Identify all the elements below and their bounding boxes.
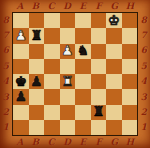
- square-c1[interactable]: [44, 120, 60, 135]
- rank-label-5: 5: [138, 58, 150, 73]
- square-h5[interactable]: [122, 59, 138, 74]
- square-f4[interactable]: [91, 74, 107, 89]
- file-label-f: F: [91, 0, 107, 12]
- square-d4[interactable]: ♜: [60, 74, 76, 89]
- chess-board-frame: ABCDEFGH 87654321 ♚♟♜♟♞♚♟♜♟♜ 87654321 AB…: [0, 0, 150, 148]
- square-c8[interactable]: [44, 13, 60, 28]
- square-f8[interactable]: [91, 13, 107, 28]
- black-pawn[interactable]: ♟: [15, 90, 27, 104]
- file-label-a: A: [12, 0, 28, 12]
- square-f7[interactable]: [91, 28, 107, 43]
- rank-label-8: 8: [138, 12, 150, 27]
- rank-label-4: 4: [138, 74, 150, 89]
- square-b6[interactable]: [29, 44, 45, 59]
- square-b3[interactable]: [29, 89, 45, 104]
- file-label-b: B: [28, 136, 44, 148]
- square-g8[interactable]: ♚: [106, 13, 122, 28]
- square-h3[interactable]: [122, 89, 138, 104]
- square-a6[interactable]: [13, 44, 29, 59]
- file-label-h: H: [122, 136, 138, 148]
- square-a7[interactable]: ♟: [13, 28, 29, 43]
- black-pawn[interactable]: ♟: [30, 74, 42, 88]
- square-g1[interactable]: [106, 120, 122, 135]
- square-f1[interactable]: [91, 120, 107, 135]
- rank-label-5: 5: [0, 58, 12, 73]
- white-pawn[interactable]: ♟: [61, 44, 73, 58]
- file-label-g: G: [107, 136, 123, 148]
- square-e5[interactable]: [75, 59, 91, 74]
- square-b1[interactable]: [29, 120, 45, 135]
- square-c2[interactable]: [44, 105, 60, 120]
- square-g7[interactable]: [106, 28, 122, 43]
- square-g5[interactable]: [106, 59, 122, 74]
- square-g4[interactable]: [106, 74, 122, 89]
- square-h8[interactable]: [122, 13, 138, 28]
- white-pawn[interactable]: ♟: [15, 29, 27, 43]
- square-h1[interactable]: [122, 120, 138, 135]
- rank-label-2: 2: [138, 104, 150, 119]
- rank-label-1: 1: [0, 120, 12, 135]
- square-c3[interactable]: [44, 89, 60, 104]
- square-h2[interactable]: [122, 105, 138, 120]
- square-e6[interactable]: ♞: [75, 44, 91, 59]
- square-b4[interactable]: ♟: [29, 74, 45, 89]
- file-label-c: C: [44, 136, 60, 148]
- square-e3[interactable]: [75, 89, 91, 104]
- square-e8[interactable]: [75, 13, 91, 28]
- square-e4[interactable]: [75, 74, 91, 89]
- square-b2[interactable]: [29, 105, 45, 120]
- rank-label-7: 7: [0, 27, 12, 42]
- square-h7[interactable]: [122, 28, 138, 43]
- square-c7[interactable]: [44, 28, 60, 43]
- file-label-a: A: [12, 136, 28, 148]
- square-f6[interactable]: [91, 44, 107, 59]
- rank-label-3: 3: [138, 89, 150, 104]
- square-d3[interactable]: [60, 89, 76, 104]
- square-c5[interactable]: [44, 59, 60, 74]
- rank-label-1: 1: [138, 120, 150, 135]
- black-king[interactable]: ♚: [15, 74, 27, 88]
- file-label-b: B: [28, 0, 44, 12]
- square-e2[interactable]: [75, 105, 91, 120]
- file-label-c: C: [44, 0, 60, 12]
- white-rook[interactable]: ♜: [61, 74, 73, 88]
- file-label-e: E: [75, 0, 91, 12]
- rank-labels-left: 87654321: [0, 12, 12, 135]
- white-king[interactable]: ♚: [108, 13, 120, 27]
- square-c4[interactable]: [44, 74, 60, 89]
- square-f5[interactable]: [91, 59, 107, 74]
- rank-labels-right: 87654321: [138, 12, 150, 135]
- rank-label-4: 4: [0, 74, 12, 89]
- square-g2[interactable]: [106, 105, 122, 120]
- square-d6[interactable]: ♟: [60, 44, 76, 59]
- square-c6[interactable]: [44, 44, 60, 59]
- file-labels-bottom: ABCDEFGH: [12, 136, 138, 148]
- square-b7[interactable]: ♜: [29, 28, 45, 43]
- file-label-f: F: [91, 136, 107, 148]
- square-a2[interactable]: [13, 105, 29, 120]
- rank-label-7: 7: [138, 27, 150, 42]
- square-g3[interactable]: [106, 89, 122, 104]
- rank-label-3: 3: [0, 89, 12, 104]
- square-f2[interactable]: ♜: [91, 105, 107, 120]
- square-g6[interactable]: [106, 44, 122, 59]
- square-h6[interactable]: [122, 44, 138, 59]
- square-d8[interactable]: [60, 13, 76, 28]
- file-label-d: D: [59, 0, 75, 12]
- black-rook[interactable]: ♜: [92, 105, 104, 119]
- square-a1[interactable]: [13, 120, 29, 135]
- square-h4[interactable]: [122, 74, 138, 89]
- chess-board[interactable]: ♚♟♜♟♞♚♟♜♟♜: [12, 12, 138, 136]
- rank-label-6: 6: [0, 43, 12, 58]
- file-label-d: D: [59, 136, 75, 148]
- square-d1[interactable]: [60, 120, 76, 135]
- black-knight[interactable]: ♞: [77, 44, 89, 58]
- rank-label-6: 6: [138, 43, 150, 58]
- rank-label-8: 8: [0, 12, 12, 27]
- file-labels-top: ABCDEFGH: [12, 0, 138, 12]
- rank-label-2: 2: [0, 104, 12, 119]
- file-label-e: E: [75, 136, 91, 148]
- square-e1[interactable]: [75, 120, 91, 135]
- square-a3[interactable]: ♟: [13, 89, 29, 104]
- square-d2[interactable]: [60, 105, 76, 120]
- black-rook[interactable]: ♜: [30, 29, 42, 43]
- file-label-h: H: [122, 0, 138, 12]
- file-label-g: G: [107, 0, 123, 12]
